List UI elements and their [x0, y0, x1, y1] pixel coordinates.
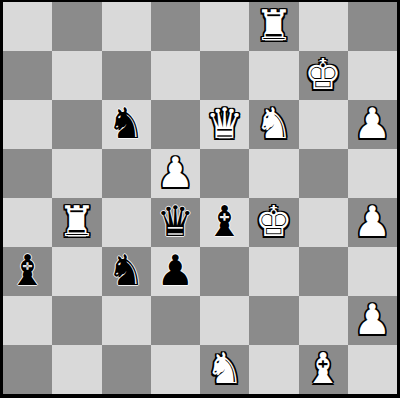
square-g8[interactable] — [299, 2, 348, 51]
square-h3[interactable] — [348, 247, 397, 296]
square-e8[interactable] — [200, 2, 249, 51]
square-d8[interactable] — [151, 2, 200, 51]
piece-white-king[interactable]: ♚ — [304, 54, 342, 96]
square-f1[interactable] — [249, 345, 298, 394]
square-a4[interactable] — [3, 198, 52, 247]
piece-white-queen[interactable]: ♛ — [206, 103, 244, 145]
square-e6[interactable]: ♛ — [200, 100, 249, 149]
chess-board: ♜♚♞♛♞♟♟♜♛♝♚♟♝♞♟♟♞♝ — [3, 2, 397, 394]
square-g4[interactable] — [299, 198, 348, 247]
square-f7[interactable] — [249, 51, 298, 100]
piece-black-queen[interactable]: ♛ — [157, 201, 195, 243]
square-b8[interactable] — [52, 2, 101, 51]
square-g2[interactable] — [299, 296, 348, 345]
square-d4[interactable]: ♛ — [151, 198, 200, 247]
square-c6[interactable]: ♞ — [102, 100, 151, 149]
square-c7[interactable] — [102, 51, 151, 100]
piece-white-rook[interactable]: ♜ — [255, 5, 293, 47]
piece-black-bishop[interactable]: ♝ — [9, 250, 47, 292]
square-a6[interactable] — [3, 100, 52, 149]
piece-white-knight[interactable]: ♞ — [255, 103, 293, 145]
square-b1[interactable] — [52, 345, 101, 394]
square-e1[interactable]: ♞ — [200, 345, 249, 394]
piece-white-bishop[interactable]: ♝ — [304, 348, 342, 390]
square-a3[interactable]: ♝ — [3, 247, 52, 296]
square-d2[interactable] — [151, 296, 200, 345]
square-h1[interactable] — [348, 345, 397, 394]
square-e7[interactable] — [200, 51, 249, 100]
square-a5[interactable] — [3, 149, 52, 198]
piece-white-rook[interactable]: ♜ — [58, 201, 96, 243]
piece-white-pawn[interactable]: ♟ — [354, 201, 392, 243]
square-g1[interactable]: ♝ — [299, 345, 348, 394]
piece-white-king[interactable]: ♚ — [255, 201, 293, 243]
square-b6[interactable] — [52, 100, 101, 149]
square-e4[interactable]: ♝ — [200, 198, 249, 247]
piece-black-bishop[interactable]: ♝ — [206, 201, 244, 243]
square-h5[interactable] — [348, 149, 397, 198]
square-g5[interactable] — [299, 149, 348, 198]
square-c3[interactable]: ♞ — [102, 247, 151, 296]
square-c4[interactable] — [102, 198, 151, 247]
square-a1[interactable] — [3, 345, 52, 394]
square-f2[interactable] — [249, 296, 298, 345]
square-a8[interactable] — [3, 2, 52, 51]
square-h8[interactable] — [348, 2, 397, 51]
square-h7[interactable] — [348, 51, 397, 100]
square-e2[interactable] — [200, 296, 249, 345]
piece-black-knight[interactable]: ♞ — [107, 250, 145, 292]
square-f6[interactable]: ♞ — [249, 100, 298, 149]
square-g6[interactable] — [299, 100, 348, 149]
square-b2[interactable] — [52, 296, 101, 345]
square-c8[interactable] — [102, 2, 151, 51]
square-a2[interactable] — [3, 296, 52, 345]
square-b7[interactable] — [52, 51, 101, 100]
square-f4[interactable]: ♚ — [249, 198, 298, 247]
square-f3[interactable] — [249, 247, 298, 296]
square-d3[interactable]: ♟ — [151, 247, 200, 296]
square-f8[interactable]: ♜ — [249, 2, 298, 51]
square-c1[interactable] — [102, 345, 151, 394]
board-frame: ♜♚♞♛♞♟♟♜♛♝♚♟♝♞♟♟♞♝ — [0, 0, 400, 398]
square-d7[interactable] — [151, 51, 200, 100]
square-h6[interactable]: ♟ — [348, 100, 397, 149]
square-g7[interactable]: ♚ — [299, 51, 348, 100]
piece-black-pawn[interactable]: ♟ — [157, 250, 195, 292]
square-e5[interactable] — [200, 149, 249, 198]
piece-black-knight[interactable]: ♞ — [107, 103, 145, 145]
square-d5[interactable]: ♟ — [151, 149, 200, 198]
square-d1[interactable] — [151, 345, 200, 394]
piece-white-pawn[interactable]: ♟ — [354, 103, 392, 145]
square-d6[interactable] — [151, 100, 200, 149]
square-b5[interactable] — [52, 149, 101, 198]
square-f5[interactable] — [249, 149, 298, 198]
square-c2[interactable] — [102, 296, 151, 345]
square-c5[interactable] — [102, 149, 151, 198]
square-a7[interactable] — [3, 51, 52, 100]
square-h4[interactable]: ♟ — [348, 198, 397, 247]
square-e3[interactable] — [200, 247, 249, 296]
piece-white-knight[interactable]: ♞ — [206, 348, 244, 390]
piece-white-pawn[interactable]: ♟ — [354, 299, 392, 341]
piece-white-pawn[interactable]: ♟ — [157, 152, 195, 194]
square-b3[interactable] — [52, 247, 101, 296]
square-b4[interactable]: ♜ — [52, 198, 101, 247]
square-h2[interactable]: ♟ — [348, 296, 397, 345]
square-g3[interactable] — [299, 247, 348, 296]
